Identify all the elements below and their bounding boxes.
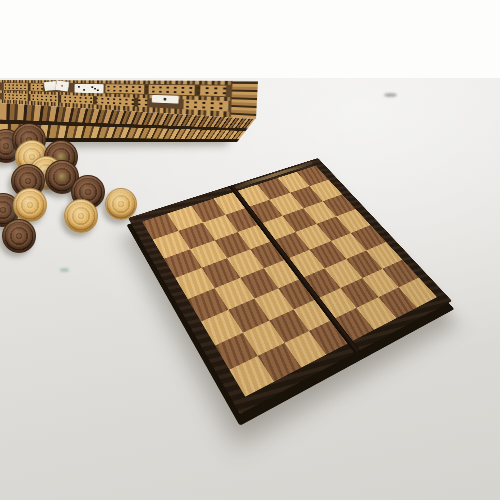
domino-inlay: [74, 84, 103, 94]
peg-hole-track: [4, 83, 43, 91]
bone-plaque-inlay: [152, 95, 179, 104]
brass-centre-dot: [58, 173, 67, 182]
surface-smudge: [60, 268, 69, 272]
playing-card-inlay: [55, 80, 69, 91]
marquetry-border: [231, 81, 258, 119]
dark-draughtsman: [2, 219, 36, 253]
light-draughtsman: [64, 199, 98, 233]
white-border-band: [0, 0, 500, 78]
light-draughtsman: [13, 188, 47, 222]
photo-stage: [0, 0, 500, 500]
light-draughtsman: [105, 188, 137, 220]
surface-smudge: [384, 93, 397, 97]
